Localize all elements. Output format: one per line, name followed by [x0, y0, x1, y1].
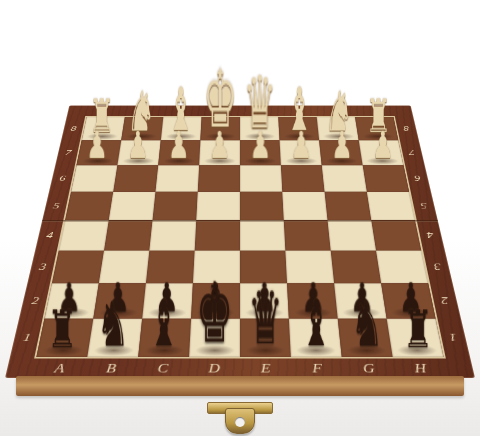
light-pawn-f7[interactable]: ♟	[290, 127, 312, 164]
light-pawn-b7[interactable]: ♟	[127, 127, 149, 164]
square-f1[interactable]: ♝	[289, 319, 342, 357]
square-g1[interactable]: ♞	[338, 319, 393, 357]
square-h4[interactable]	[371, 220, 421, 250]
file-label-h: H	[393, 360, 448, 377]
rank-label-right-8: 8	[396, 117, 416, 140]
rank-label-right-7: 7	[401, 140, 422, 165]
square-a6[interactable]	[71, 165, 117, 192]
square-b4[interactable]	[104, 220, 153, 250]
file-label-f: F	[291, 360, 344, 377]
file-label-e: E	[240, 360, 292, 377]
square-a5[interactable]	[65, 192, 113, 220]
chess-board: ♜♞♝♚♛♝♞♜♟♟♟♟♟♟♟♟♟♟♟♟♟♟♟♟♜♞♝♚♛♝♞♜ 8765432…	[5, 105, 475, 378]
square-b7[interactable]: ♟	[117, 140, 160, 165]
light-pawn-a7[interactable]: ♟	[86, 127, 108, 164]
square-a1[interactable]: ♜	[36, 319, 93, 357]
square-e1[interactable]: ♛	[240, 319, 291, 357]
light-pawn-e7[interactable]: ♟	[250, 127, 272, 164]
square-c6[interactable]	[155, 165, 199, 192]
file-label-g: G	[342, 360, 396, 377]
square-f6[interactable]	[281, 165, 325, 192]
square-d6[interactable]	[198, 165, 240, 192]
square-b6[interactable]	[113, 165, 158, 192]
square-h5[interactable]	[367, 192, 415, 220]
square-c7[interactable]: ♟	[158, 140, 200, 165]
square-d7[interactable]: ♟	[199, 140, 240, 165]
square-d1[interactable]: ♚	[189, 319, 240, 357]
square-e4[interactable]	[240, 220, 285, 250]
square-h1[interactable]: ♜	[387, 319, 444, 357]
square-g5[interactable]	[325, 192, 372, 220]
board-frame: ♜♞♝♚♛♝♞♜♟♟♟♟♟♟♟♟♟♟♟♟♟♟♟♟♜♞♝♚♛♝♞♜ 8765432…	[5, 105, 475, 378]
square-g6[interactable]	[322, 165, 367, 192]
box-front-edge	[16, 376, 464, 396]
light-pawn-h7[interactable]: ♟	[372, 127, 394, 164]
square-b1[interactable]: ♞	[87, 319, 142, 357]
square-g4[interactable]	[328, 220, 377, 250]
squares: ♜♞♝♚♛♝♞♜♟♟♟♟♟♟♟♟♟♟♟♟♟♟♟♟♜♞♝♚♛♝♞♜	[34, 116, 446, 358]
latch-hole	[235, 417, 245, 427]
dark-bishop-f1[interactable]: ♝	[301, 292, 332, 356]
square-e7[interactable]: ♟	[240, 140, 281, 165]
light-pawn-d7[interactable]: ♟	[209, 127, 231, 164]
light-pawn-c7[interactable]: ♟	[168, 127, 190, 164]
file-label-d: D	[188, 360, 240, 377]
square-c1[interactable]: ♝	[138, 319, 191, 357]
rank-label-right-4: 4	[418, 220, 442, 250]
square-b5[interactable]	[109, 192, 156, 220]
dark-queen-e1[interactable]: ♛	[248, 280, 283, 356]
square-a7[interactable]: ♟	[76, 140, 121, 165]
square-f5[interactable]	[282, 192, 327, 220]
square-c4[interactable]	[149, 220, 196, 250]
square-h6[interactable]	[363, 165, 409, 192]
light-pawn-g7[interactable]: ♟	[331, 127, 353, 164]
dark-king-d1[interactable]: ♚	[196, 272, 233, 355]
file-label-a: A	[32, 360, 87, 377]
file-label-b: B	[84, 360, 138, 377]
dark-rook-a1[interactable]: ♜	[47, 304, 77, 355]
square-d4[interactable]	[195, 220, 240, 250]
square-f7[interactable]: ♟	[280, 140, 322, 165]
square-a4[interactable]	[59, 220, 109, 250]
dark-bishop-c1[interactable]: ♝	[148, 292, 179, 356]
rank-label-left-4: 4	[38, 220, 62, 250]
square-h7[interactable]: ♟	[359, 140, 404, 165]
fold-seam	[42, 220, 438, 222]
square-g7[interactable]: ♟	[319, 140, 362, 165]
dark-knight-g1[interactable]: ♞	[351, 294, 384, 355]
chess-set-photo: ♜♞♝♚♛♝♞♜♟♟♟♟♟♟♟♟♟♟♟♟♟♟♟♟♜♞♝♚♛♝♞♜ 8765432…	[0, 0, 480, 436]
square-f4[interactable]	[284, 220, 331, 250]
square-d5[interactable]	[196, 192, 240, 220]
brass-latch-loop	[225, 408, 255, 434]
file-label-c: C	[136, 360, 189, 377]
square-e6[interactable]	[240, 165, 282, 192]
square-e5[interactable]	[240, 192, 284, 220]
square-c5[interactable]	[152, 192, 197, 220]
dark-rook-h1[interactable]: ♜	[403, 304, 433, 355]
dark-knight-b1[interactable]: ♞	[97, 294, 130, 355]
